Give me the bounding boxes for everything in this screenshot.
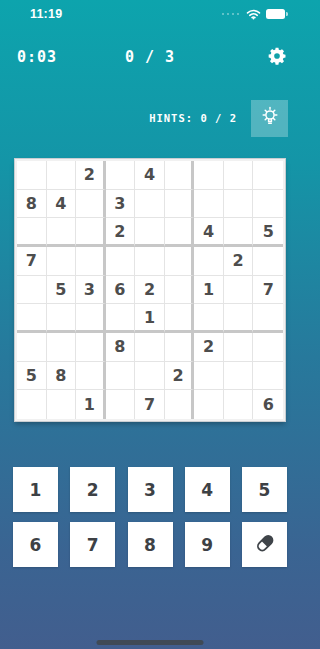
cell-r4c2[interactable] bbox=[47, 247, 77, 276]
cell-r7c3[interactable] bbox=[76, 333, 106, 362]
battery-icon bbox=[266, 9, 288, 19]
cell-r3c4[interactable]: 2 bbox=[106, 218, 136, 247]
eraser-icon bbox=[253, 531, 277, 559]
cell-r2c1[interactable]: 8 bbox=[17, 190, 47, 219]
status-icons bbox=[222, 5, 288, 24]
cell-r1c5[interactable]: 4 bbox=[135, 161, 165, 190]
cell-r7c5[interactable] bbox=[135, 333, 165, 362]
hint-button[interactable] bbox=[251, 100, 288, 137]
cell-r6c2[interactable] bbox=[47, 304, 77, 333]
cell-r5c7[interactable]: 1 bbox=[194, 276, 224, 305]
numpad-8-button[interactable]: 8 bbox=[128, 522, 173, 567]
numpad-row-2: 6789 bbox=[13, 522, 287, 567]
cell-r3c8[interactable] bbox=[224, 218, 254, 247]
cell-r1c9[interactable] bbox=[253, 161, 283, 190]
cell-r1c1[interactable] bbox=[17, 161, 47, 190]
numpad-eraser-button[interactable] bbox=[242, 522, 287, 567]
cell-r8c6[interactable]: 2 bbox=[165, 362, 195, 391]
cell-r5c3[interactable]: 3 bbox=[76, 276, 106, 305]
numpad-7-button[interactable]: 7 bbox=[70, 522, 115, 567]
cell-r9c7[interactable] bbox=[194, 390, 224, 419]
cell-r6c4[interactable] bbox=[106, 304, 136, 333]
wifi-icon bbox=[246, 5, 261, 24]
cell-r6c6[interactable] bbox=[165, 304, 195, 333]
numpad-4-button[interactable]: 4 bbox=[185, 467, 230, 512]
numpad-6-button[interactable]: 6 bbox=[13, 522, 58, 567]
cell-r2c5[interactable] bbox=[135, 190, 165, 219]
cell-r9c9[interactable]: 6 bbox=[253, 390, 283, 419]
cell-r9c1[interactable] bbox=[17, 390, 47, 419]
numpad-2-button[interactable]: 2 bbox=[70, 467, 115, 512]
sudoku-board: 2484324572536217182582176 bbox=[15, 159, 285, 421]
cell-r5c8[interactable] bbox=[224, 276, 254, 305]
cell-r9c4[interactable] bbox=[106, 390, 136, 419]
header: 0:03 0 / 3 bbox=[0, 44, 300, 70]
cell-r9c2[interactable] bbox=[47, 390, 77, 419]
gear-icon bbox=[267, 46, 287, 69]
cell-r7c1[interactable] bbox=[17, 333, 47, 362]
cell-r1c2[interactable] bbox=[47, 161, 77, 190]
cell-r3c7[interactable]: 4 bbox=[194, 218, 224, 247]
cell-r5c1[interactable] bbox=[17, 276, 47, 305]
mistakes-counter: 0 / 3 bbox=[0, 48, 300, 66]
cell-r1c3[interactable]: 2 bbox=[76, 161, 106, 190]
cell-r8c7[interactable] bbox=[194, 362, 224, 391]
numpad-9-button[interactable]: 9 bbox=[185, 522, 230, 567]
cell-r5c9[interactable]: 7 bbox=[253, 276, 283, 305]
cell-r7c9[interactable] bbox=[253, 333, 283, 362]
cell-r9c6[interactable] bbox=[165, 390, 195, 419]
cell-r2c9[interactable] bbox=[253, 190, 283, 219]
cell-r1c6[interactable] bbox=[165, 161, 195, 190]
hints-counter: HINTS: 0 / 2 bbox=[149, 112, 237, 124]
cell-r6c9[interactable] bbox=[253, 304, 283, 333]
cell-r4c3[interactable] bbox=[76, 247, 106, 276]
cell-r3c2[interactable] bbox=[47, 218, 77, 247]
cell-r3c3[interactable] bbox=[76, 218, 106, 247]
cell-r8c3[interactable] bbox=[76, 362, 106, 391]
cell-r3c1[interactable] bbox=[17, 218, 47, 247]
cell-r7c6[interactable] bbox=[165, 333, 195, 362]
cell-r6c8[interactable] bbox=[224, 304, 254, 333]
cell-r1c4[interactable] bbox=[106, 161, 136, 190]
cell-r2c4[interactable]: 3 bbox=[106, 190, 136, 219]
cellular-signal-icon bbox=[222, 13, 240, 16]
cell-r5c4[interactable]: 6 bbox=[106, 276, 136, 305]
numpad-row-1: 12345 bbox=[13, 467, 287, 512]
cell-r7c8[interactable] bbox=[224, 333, 254, 362]
cell-r8c9[interactable] bbox=[253, 362, 283, 391]
cell-r5c5[interactable]: 2 bbox=[135, 276, 165, 305]
cell-r8c1[interactable]: 5 bbox=[17, 362, 47, 391]
cell-r1c7[interactable] bbox=[194, 161, 224, 190]
number-pad: 12345 6789 bbox=[13, 467, 287, 577]
clock-time: 11:19 bbox=[30, 7, 62, 21]
cell-r2c3[interactable] bbox=[76, 190, 106, 219]
cell-r9c3[interactable]: 1 bbox=[76, 390, 106, 419]
cell-r7c4[interactable]: 8 bbox=[106, 333, 136, 362]
cell-r4c7[interactable] bbox=[194, 247, 224, 276]
cell-r7c2[interactable] bbox=[47, 333, 77, 362]
cell-r9c5[interactable]: 7 bbox=[135, 390, 165, 419]
lightbulb-icon bbox=[258, 105, 282, 132]
cell-r4c9[interactable] bbox=[253, 247, 283, 276]
cell-r2c7[interactable] bbox=[194, 190, 224, 219]
cell-r8c5[interactable] bbox=[135, 362, 165, 391]
cell-r5c2[interactable]: 5 bbox=[47, 276, 77, 305]
cell-r4c4[interactable] bbox=[106, 247, 136, 276]
cell-r4c8[interactable]: 2 bbox=[224, 247, 254, 276]
cell-r4c5[interactable] bbox=[135, 247, 165, 276]
cell-r8c4[interactable] bbox=[106, 362, 136, 391]
cell-r6c5[interactable]: 1 bbox=[135, 304, 165, 333]
numpad-5-button[interactable]: 5 bbox=[242, 467, 287, 512]
cell-r9c8[interactable] bbox=[224, 390, 254, 419]
cell-r4c6[interactable] bbox=[165, 247, 195, 276]
cell-r7c7[interactable]: 2 bbox=[194, 333, 224, 362]
cell-r8c8[interactable] bbox=[224, 362, 254, 391]
cell-r3c6[interactable] bbox=[165, 218, 195, 247]
cell-r2c6[interactable] bbox=[165, 190, 195, 219]
status-bar: 11:19 bbox=[0, 0, 300, 28]
settings-button[interactable] bbox=[266, 46, 288, 68]
cell-r3c9[interactable]: 5 bbox=[253, 218, 283, 247]
cell-r5c6[interactable] bbox=[165, 276, 195, 305]
cell-r2c8[interactable] bbox=[224, 190, 254, 219]
cell-r2c2[interactable]: 4 bbox=[47, 190, 77, 219]
numpad-3-button[interactable]: 3 bbox=[128, 467, 173, 512]
cell-r6c7[interactable] bbox=[194, 304, 224, 333]
cell-r4c1[interactable]: 7 bbox=[17, 247, 47, 276]
cell-r3c5[interactable] bbox=[135, 218, 165, 247]
cell-r6c1[interactable] bbox=[17, 304, 47, 333]
home-indicator[interactable] bbox=[97, 640, 204, 645]
cell-r1c8[interactable] bbox=[224, 161, 254, 190]
numpad-1-button[interactable]: 1 bbox=[13, 467, 58, 512]
cell-r8c2[interactable]: 8 bbox=[47, 362, 77, 391]
cell-r6c3[interactable] bbox=[76, 304, 106, 333]
